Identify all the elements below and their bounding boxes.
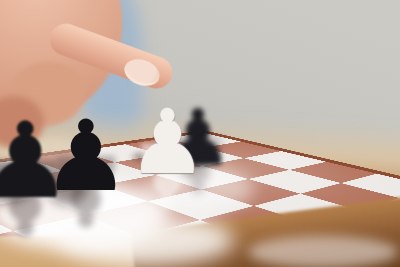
- photo-chess-scene: ♟♟♟♟♟♟♟♟: [0, 0, 400, 267]
- reflection-haze: [248, 236, 398, 267]
- white-pawn: ♟: [128, 110, 207, 176]
- black-pawn-2: ♟: [42, 120, 130, 194]
